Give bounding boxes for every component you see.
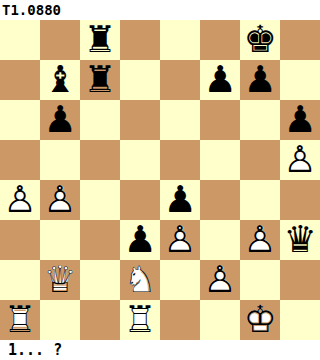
piece-black-pawn: ♟♟ <box>280 100 320 140</box>
piece-white-pawn: ♟♙ <box>160 220 200 260</box>
square-d4[interactable] <box>120 180 160 220</box>
square-a6[interactable] <box>0 100 40 140</box>
square-c6[interactable] <box>80 100 120 140</box>
white-rook-glyph-outline: ♖ <box>120 300 160 340</box>
square-g3[interactable]: ♟♙ <box>240 220 280 260</box>
black-rook-glyph-fill: ♜ <box>80 20 120 60</box>
square-e7[interactable] <box>160 60 200 100</box>
white-pawn-glyph-outline: ♙ <box>0 180 40 220</box>
square-e4[interactable]: ♟♟ <box>160 180 200 220</box>
square-d1[interactable]: ♜♖ <box>120 300 160 340</box>
square-b5[interactable] <box>40 140 80 180</box>
square-d2[interactable]: ♞♘ <box>120 260 160 300</box>
piece-white-knight: ♞♘ <box>120 260 160 300</box>
square-g8[interactable]: ♚♚ <box>240 20 280 60</box>
square-c5[interactable] <box>80 140 120 180</box>
black-pawn-glyph-fill: ♟ <box>160 180 200 220</box>
square-a8[interactable] <box>0 20 40 60</box>
black-pawn-glyph-fill: ♟ <box>40 100 80 140</box>
piece-white-pawn: ♟♙ <box>40 180 80 220</box>
square-h8[interactable] <box>280 20 320 60</box>
square-f7[interactable]: ♟♟ <box>200 60 240 100</box>
piece-black-bishop: ♝♝ <box>40 60 80 100</box>
square-f5[interactable] <box>200 140 240 180</box>
black-pawn-glyph-fill: ♟ <box>240 60 280 100</box>
piece-white-rook: ♜♖ <box>0 300 40 340</box>
square-f2[interactable]: ♟♙ <box>200 260 240 300</box>
black-rook-glyph-fill: ♜ <box>80 60 120 100</box>
chess-board: ♜♜♚♚♝♝♜♜♟♟♟♟♟♟♟♟♟♙♟♙♟♙♟♟♟♟♟♙♟♙♛♛♛♕♞♘♟♙♜♖… <box>0 20 320 340</box>
square-c2[interactable] <box>80 260 120 300</box>
black-pawn-glyph-fill: ♟ <box>280 100 320 140</box>
square-g6[interactable] <box>240 100 280 140</box>
square-c3[interactable] <box>80 220 120 260</box>
square-e1[interactable] <box>160 300 200 340</box>
piece-black-pawn: ♟♟ <box>40 100 80 140</box>
square-f3[interactable] <box>200 220 240 260</box>
square-d3[interactable]: ♟♟ <box>120 220 160 260</box>
square-h6[interactable]: ♟♟ <box>280 100 320 140</box>
square-b8[interactable] <box>40 20 80 60</box>
square-f4[interactable] <box>200 180 240 220</box>
white-pawn-glyph-outline: ♙ <box>40 180 80 220</box>
square-c1[interactable] <box>80 300 120 340</box>
piece-black-king: ♚♚ <box>240 20 280 60</box>
square-d5[interactable] <box>120 140 160 180</box>
square-e3[interactable]: ♟♙ <box>160 220 200 260</box>
square-b1[interactable] <box>40 300 80 340</box>
piece-white-king: ♚♔ <box>240 300 280 340</box>
piece-black-rook: ♜♜ <box>80 20 120 60</box>
square-c8[interactable]: ♜♜ <box>80 20 120 60</box>
piece-white-pawn: ♟♙ <box>200 260 240 300</box>
square-d8[interactable] <box>120 20 160 60</box>
piece-white-pawn: ♟♙ <box>240 220 280 260</box>
square-c7[interactable]: ♜♜ <box>80 60 120 100</box>
square-a3[interactable] <box>0 220 40 260</box>
black-queen-glyph-fill: ♛ <box>280 220 320 260</box>
piece-black-pawn: ♟♟ <box>120 220 160 260</box>
piece-black-pawn: ♟♟ <box>240 60 280 100</box>
white-king-glyph-outline: ♔ <box>240 300 280 340</box>
square-h5[interactable]: ♟♙ <box>280 140 320 180</box>
square-d6[interactable] <box>120 100 160 140</box>
piece-white-pawn: ♟♙ <box>0 180 40 220</box>
piece-black-pawn: ♟♟ <box>200 60 240 100</box>
black-pawn-glyph-fill: ♟ <box>200 60 240 100</box>
white-pawn-glyph-outline: ♙ <box>200 260 240 300</box>
piece-black-pawn: ♟♟ <box>160 180 200 220</box>
white-pawn-glyph-outline: ♙ <box>160 220 200 260</box>
black-pawn-glyph-fill: ♟ <box>120 220 160 260</box>
square-h3[interactable]: ♛♛ <box>280 220 320 260</box>
square-a1[interactable]: ♜♖ <box>0 300 40 340</box>
square-d7[interactable] <box>120 60 160 100</box>
piece-black-rook: ♜♜ <box>80 60 120 100</box>
square-h7[interactable] <box>280 60 320 100</box>
white-knight-glyph-outline: ♘ <box>120 260 160 300</box>
square-f1[interactable] <box>200 300 240 340</box>
square-b7[interactable]: ♝♝ <box>40 60 80 100</box>
square-e5[interactable] <box>160 140 200 180</box>
piece-black-queen: ♛♛ <box>280 220 320 260</box>
square-g2[interactable] <box>240 260 280 300</box>
square-e8[interactable] <box>160 20 200 60</box>
black-bishop-glyph-fill: ♝ <box>40 60 80 100</box>
square-b2[interactable]: ♛♕ <box>40 260 80 300</box>
piece-white-queen: ♛♕ <box>40 260 80 300</box>
square-f8[interactable] <box>200 20 240 60</box>
white-rook-glyph-outline: ♖ <box>0 300 40 340</box>
square-b3[interactable] <box>40 220 80 260</box>
black-king-glyph-fill: ♚ <box>240 20 280 60</box>
square-a2[interactable] <box>0 260 40 300</box>
square-a4[interactable]: ♟♙ <box>0 180 40 220</box>
square-a7[interactable] <box>0 60 40 100</box>
square-h1[interactable] <box>280 300 320 340</box>
move-prompt: 1... ? <box>8 341 62 359</box>
title-bar: T1.0880 <box>0 0 320 20</box>
square-g7[interactable]: ♟♟ <box>240 60 280 100</box>
white-queen-glyph-outline: ♕ <box>40 260 80 300</box>
square-g5[interactable] <box>240 140 280 180</box>
square-h4[interactable] <box>280 180 320 220</box>
piece-white-pawn: ♟♙ <box>280 140 320 180</box>
piece-white-rook: ♜♖ <box>120 300 160 340</box>
square-g4[interactable] <box>240 180 280 220</box>
square-a5[interactable] <box>0 140 40 180</box>
square-b4[interactable]: ♟♙ <box>40 180 80 220</box>
white-pawn-glyph-outline: ♙ <box>280 140 320 180</box>
white-pawn-glyph-outline: ♙ <box>240 220 280 260</box>
square-e6[interactable] <box>160 100 200 140</box>
square-h2[interactable] <box>280 260 320 300</box>
status-bar: 1... ? <box>0 340 320 360</box>
square-c4[interactable] <box>80 180 120 220</box>
puzzle-id: T1.0880 <box>2 2 61 18</box>
square-e2[interactable] <box>160 260 200 300</box>
square-f6[interactable] <box>200 100 240 140</box>
square-g1[interactable]: ♚♔ <box>240 300 280 340</box>
square-b6[interactable]: ♟♟ <box>40 100 80 140</box>
